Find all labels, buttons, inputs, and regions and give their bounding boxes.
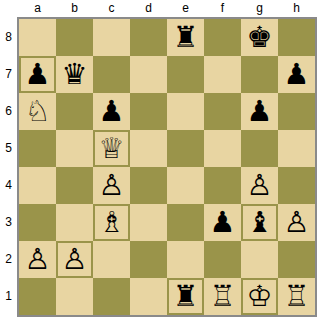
- square-f7[interactable]: [204, 56, 241, 93]
- rank-label-1: 1: [0, 278, 17, 315]
- square-f8[interactable]: [204, 19, 241, 56]
- square-d1[interactable]: [130, 278, 167, 315]
- square-e1[interactable]: ♜: [167, 278, 204, 315]
- square-d5[interactable]: [130, 130, 167, 167]
- file-labels: abcdefgh: [19, 0, 315, 17]
- square-h7[interactable]: ♟: [278, 56, 315, 93]
- file-label-a: a: [19, 0, 56, 17]
- white-rook[interactable]: ♖: [280, 280, 313, 313]
- square-e5[interactable]: [167, 130, 204, 167]
- square-h1[interactable]: ♖: [278, 278, 315, 315]
- square-b7[interactable]: ♛: [56, 56, 93, 93]
- file-label-c: c: [93, 0, 130, 17]
- rank-label-3: 3: [0, 204, 17, 241]
- square-a6[interactable]: ♘: [19, 93, 56, 130]
- white-knight[interactable]: ♘: [21, 95, 54, 128]
- square-h6[interactable]: [278, 93, 315, 130]
- white-pawn[interactable]: ♙: [280, 206, 313, 239]
- white-pawn[interactable]: ♙: [95, 169, 128, 202]
- black-pawn[interactable]: ♟: [280, 58, 313, 91]
- square-c6[interactable]: ♟: [93, 93, 130, 130]
- square-c1[interactable]: [93, 278, 130, 315]
- square-c2[interactable]: [93, 241, 130, 278]
- chessboard-window: abcdefgh 87654321 ♜♚♟♛♟♘♟♟♕♙♙♗♟♝♙♙♙♜♖♔♖: [0, 0, 320, 320]
- square-a5[interactable]: [19, 130, 56, 167]
- white-rook[interactable]: ♖: [206, 280, 239, 313]
- square-d8[interactable]: [130, 19, 167, 56]
- square-c7[interactable]: [93, 56, 130, 93]
- rank-label-5: 5: [0, 130, 17, 167]
- square-e7[interactable]: [167, 56, 204, 93]
- rank-labels: 87654321: [0, 19, 17, 315]
- rank-label-6: 6: [0, 93, 17, 130]
- rank-label-8: 8: [0, 19, 17, 56]
- square-f2[interactable]: [204, 241, 241, 278]
- square-e6[interactable]: [167, 93, 204, 130]
- rank-label-4: 4: [0, 167, 17, 204]
- square-f4[interactable]: [204, 167, 241, 204]
- black-rook[interactable]: ♜: [169, 21, 202, 54]
- square-b6[interactable]: [56, 93, 93, 130]
- square-d7[interactable]: [130, 56, 167, 93]
- square-f3[interactable]: ♟: [204, 204, 241, 241]
- square-g4[interactable]: ♙: [241, 167, 278, 204]
- file-label-f: f: [204, 0, 241, 17]
- black-pawn[interactable]: ♟: [206, 206, 239, 239]
- square-e2[interactable]: [167, 241, 204, 278]
- square-a3[interactable]: [19, 204, 56, 241]
- square-b5[interactable]: [56, 130, 93, 167]
- black-king[interactable]: ♚: [243, 21, 276, 54]
- square-f5[interactable]: [204, 130, 241, 167]
- square-h3[interactable]: ♙: [278, 204, 315, 241]
- black-rook[interactable]: ♜: [169, 280, 202, 313]
- white-queen[interactable]: ♕: [95, 132, 128, 165]
- rank-label-2: 2: [0, 241, 17, 278]
- square-g3[interactable]: ♝: [241, 204, 278, 241]
- square-a2[interactable]: ♙: [19, 241, 56, 278]
- square-e8[interactable]: ♜: [167, 19, 204, 56]
- square-a1[interactable]: [19, 278, 56, 315]
- file-label-b: b: [56, 0, 93, 17]
- square-b1[interactable]: [56, 278, 93, 315]
- white-bishop[interactable]: ♗: [95, 206, 128, 239]
- square-g8[interactable]: ♚: [241, 19, 278, 56]
- file-label-e: e: [167, 0, 204, 17]
- black-pawn[interactable]: ♟: [243, 95, 276, 128]
- square-h8[interactable]: [278, 19, 315, 56]
- white-pawn[interactable]: ♙: [21, 243, 54, 276]
- square-e4[interactable]: [167, 167, 204, 204]
- square-h5[interactable]: [278, 130, 315, 167]
- black-queen[interactable]: ♛: [58, 58, 91, 91]
- square-a4[interactable]: [19, 167, 56, 204]
- square-g6[interactable]: ♟: [241, 93, 278, 130]
- square-e3[interactable]: [167, 204, 204, 241]
- square-b8[interactable]: [56, 19, 93, 56]
- square-h4[interactable]: [278, 167, 315, 204]
- white-pawn[interactable]: ♙: [58, 243, 91, 276]
- square-b4[interactable]: [56, 167, 93, 204]
- square-f6[interactable]: [204, 93, 241, 130]
- square-g1[interactable]: ♔: [241, 278, 278, 315]
- file-label-d: d: [130, 0, 167, 17]
- square-c3[interactable]: ♗: [93, 204, 130, 241]
- file-label-h: h: [278, 0, 315, 17]
- square-g7[interactable]: [241, 56, 278, 93]
- white-king[interactable]: ♔: [243, 280, 276, 313]
- white-pawn[interactable]: ♙: [243, 169, 276, 202]
- black-pawn[interactable]: ♟: [21, 58, 54, 91]
- square-c5[interactable]: ♕: [93, 130, 130, 167]
- square-b3[interactable]: [56, 204, 93, 241]
- chess-board: ♜♚♟♛♟♘♟♟♕♙♙♗♟♝♙♙♙♜♖♔♖: [17, 17, 317, 317]
- square-d2[interactable]: [130, 241, 167, 278]
- square-g5[interactable]: [241, 130, 278, 167]
- square-c8[interactable]: [93, 19, 130, 56]
- file-label-g: g: [241, 0, 278, 17]
- square-g2[interactable]: [241, 241, 278, 278]
- square-b2[interactable]: ♙: [56, 241, 93, 278]
- square-f1[interactable]: ♖: [204, 278, 241, 315]
- black-pawn[interactable]: ♟: [95, 95, 128, 128]
- square-c4[interactable]: ♙: [93, 167, 130, 204]
- square-d6[interactable]: [130, 93, 167, 130]
- square-h2[interactable]: [278, 241, 315, 278]
- rank-label-7: 7: [0, 56, 17, 93]
- square-a8[interactable]: [19, 19, 56, 56]
- square-a7[interactable]: ♟: [19, 56, 56, 93]
- square-d4[interactable]: [130, 167, 167, 204]
- square-d3[interactable]: [130, 204, 167, 241]
- black-bishop[interactable]: ♝: [243, 206, 276, 239]
